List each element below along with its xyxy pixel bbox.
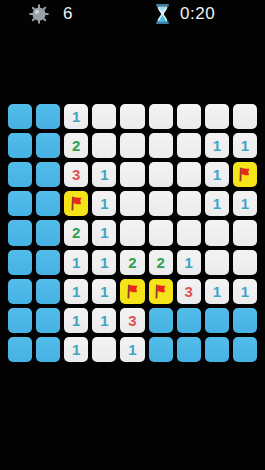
cell-r5c8[interactable] xyxy=(205,220,229,245)
elapsed-time: 0:20 xyxy=(180,4,215,24)
cell-r4c4[interactable]: 1 xyxy=(92,191,116,216)
minesweeper-board: 121131111121112211131111311 xyxy=(8,104,257,362)
cell-r2c1[interactable] xyxy=(8,133,32,158)
cell-r5c3[interactable]: 2 xyxy=(64,220,88,245)
cell-r1c9[interactable] xyxy=(233,104,257,129)
cell-r2c2[interactable] xyxy=(36,133,60,158)
cell-r7c2[interactable] xyxy=(36,279,60,304)
cell-r7c5[interactable] xyxy=(120,279,144,304)
cell-r9c8[interactable] xyxy=(205,337,229,362)
cell-r4c5[interactable] xyxy=(120,191,144,216)
cell-r3c6[interactable] xyxy=(149,162,173,187)
mines-counter: 6 xyxy=(29,4,73,24)
cell-r6c3[interactable]: 1 xyxy=(64,250,88,275)
cell-r5c1[interactable] xyxy=(8,220,32,245)
cell-r3c5[interactable] xyxy=(120,162,144,187)
cell-r3c2[interactable] xyxy=(36,162,60,187)
cell-r5c4[interactable]: 1 xyxy=(92,220,116,245)
cell-r2c6[interactable] xyxy=(149,133,173,158)
cell-r6c7[interactable]: 1 xyxy=(177,250,201,275)
cell-r7c9[interactable]: 1 xyxy=(233,279,257,304)
cell-r9c1[interactable] xyxy=(8,337,32,362)
cell-r4c9[interactable]: 1 xyxy=(233,191,257,216)
cell-r3c7[interactable] xyxy=(177,162,201,187)
cell-r9c5[interactable]: 1 xyxy=(120,337,144,362)
cell-r1c4[interactable] xyxy=(92,104,116,129)
cell-r7c7[interactable]: 3 xyxy=(177,279,201,304)
cell-r5c6[interactable] xyxy=(149,220,173,245)
cell-r7c3[interactable]: 1 xyxy=(64,279,88,304)
cell-r9c2[interactable] xyxy=(36,337,60,362)
cell-r1c2[interactable] xyxy=(36,104,60,129)
cell-r8c6[interactable] xyxy=(149,308,173,333)
cell-r8c4[interactable]: 1 xyxy=(92,308,116,333)
cell-r3c4[interactable]: 1 xyxy=(92,162,116,187)
cell-r7c6[interactable] xyxy=(149,279,173,304)
cell-r8c3[interactable]: 1 xyxy=(64,308,88,333)
cell-r6c6[interactable]: 2 xyxy=(149,250,173,275)
cell-r4c7[interactable] xyxy=(177,191,201,216)
cell-r4c1[interactable] xyxy=(8,191,32,216)
mines-remaining-count: 6 xyxy=(63,4,73,24)
cell-r6c9[interactable] xyxy=(233,250,257,275)
flag-icon xyxy=(124,283,141,300)
cell-r8c9[interactable] xyxy=(233,308,257,333)
cell-r2c7[interactable] xyxy=(177,133,201,158)
cell-r3c8[interactable]: 1 xyxy=(205,162,229,187)
cell-r8c2[interactable] xyxy=(36,308,60,333)
cell-r2c8[interactable]: 1 xyxy=(205,133,229,158)
cell-r1c6[interactable] xyxy=(149,104,173,129)
cell-r1c8[interactable] xyxy=(205,104,229,129)
mine-icon xyxy=(29,4,49,24)
cell-r1c5[interactable] xyxy=(120,104,144,129)
cell-r7c4[interactable]: 1 xyxy=(92,279,116,304)
cell-r6c1[interactable] xyxy=(8,250,32,275)
flag-icon xyxy=(152,283,169,300)
cell-r2c4[interactable] xyxy=(92,133,116,158)
cell-r6c4[interactable]: 1 xyxy=(92,250,116,275)
cell-r1c1[interactable] xyxy=(8,104,32,129)
cell-r9c6[interactable] xyxy=(149,337,173,362)
cell-r5c7[interactable] xyxy=(177,220,201,245)
cell-r9c3[interactable]: 1 xyxy=(64,337,88,362)
cell-r8c7[interactable] xyxy=(177,308,201,333)
cell-r4c2[interactable] xyxy=(36,191,60,216)
cell-r8c8[interactable] xyxy=(205,308,229,333)
cell-r6c5[interactable]: 2 xyxy=(120,250,144,275)
cell-r7c1[interactable] xyxy=(8,279,32,304)
hud: 6 0:20 xyxy=(0,0,265,30)
flag-icon xyxy=(68,195,85,212)
cell-r8c1[interactable] xyxy=(8,308,32,333)
cell-r1c7[interactable] xyxy=(177,104,201,129)
minesweeper-screen: 6 0:20 121131111121112211131111311 xyxy=(0,0,265,470)
cell-r9c4[interactable] xyxy=(92,337,116,362)
cell-r3c3[interactable]: 3 xyxy=(64,162,88,187)
cell-r8c5[interactable]: 3 xyxy=(120,308,144,333)
cell-r5c9[interactable] xyxy=(233,220,257,245)
cell-r7c8[interactable]: 1 xyxy=(205,279,229,304)
cell-r2c9[interactable]: 1 xyxy=(233,133,257,158)
cell-r5c2[interactable] xyxy=(36,220,60,245)
cell-r4c8[interactable]: 1 xyxy=(205,191,229,216)
cell-r2c3[interactable]: 2 xyxy=(64,133,88,158)
cell-r9c7[interactable] xyxy=(177,337,201,362)
cell-r9c9[interactable] xyxy=(233,337,257,362)
cell-r4c3[interactable] xyxy=(64,191,88,216)
cell-r3c1[interactable] xyxy=(8,162,32,187)
cell-r6c2[interactable] xyxy=(36,250,60,275)
cell-r4c6[interactable] xyxy=(149,191,173,216)
hourglass-icon xyxy=(156,4,169,24)
cell-r3c9[interactable] xyxy=(233,162,257,187)
cell-r1c3[interactable]: 1 xyxy=(64,104,88,129)
cell-r5c5[interactable] xyxy=(120,220,144,245)
cell-r6c8[interactable] xyxy=(205,250,229,275)
cell-r2c5[interactable] xyxy=(120,133,144,158)
flag-icon xyxy=(236,166,253,183)
timer: 0:20 xyxy=(156,4,215,24)
